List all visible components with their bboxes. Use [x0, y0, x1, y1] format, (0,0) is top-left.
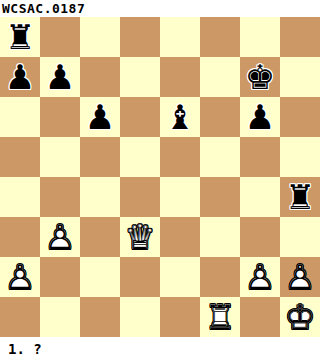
- square-g2[interactable]: ♟♙: [240, 257, 280, 297]
- square-b4[interactable]: [40, 177, 80, 217]
- chess-board: ♜♟♟♚♟♝♟♜♟♙♛♕♟♙♟♙♟♙♜♖♚♔: [0, 17, 320, 337]
- black-pawn: ♟: [40, 57, 80, 97]
- square-d6[interactable]: [120, 97, 160, 137]
- square-e1[interactable]: [160, 297, 200, 337]
- black-king: ♚: [240, 57, 280, 97]
- square-c8[interactable]: [80, 17, 120, 57]
- square-b6[interactable]: [40, 97, 80, 137]
- square-e6[interactable]: ♝: [160, 97, 200, 137]
- square-d7[interactable]: [120, 57, 160, 97]
- square-f7[interactable]: [200, 57, 240, 97]
- square-a4[interactable]: [0, 177, 40, 217]
- square-h7[interactable]: [280, 57, 320, 97]
- white-pawn: ♙: [280, 257, 320, 297]
- square-b8[interactable]: [40, 17, 80, 57]
- square-f6[interactable]: [200, 97, 240, 137]
- square-f5[interactable]: [200, 137, 240, 177]
- white-queen: ♕: [120, 217, 160, 257]
- square-c6[interactable]: ♟: [80, 97, 120, 137]
- square-f8[interactable]: [200, 17, 240, 57]
- black-pawn: ♟: [0, 57, 40, 97]
- square-d4[interactable]: [120, 177, 160, 217]
- square-a2[interactable]: ♟♙: [0, 257, 40, 297]
- square-h3[interactable]: [280, 217, 320, 257]
- square-f1[interactable]: ♜♖: [200, 297, 240, 337]
- square-c2[interactable]: [80, 257, 120, 297]
- square-a1[interactable]: [0, 297, 40, 337]
- white-rook: ♖: [200, 297, 240, 337]
- square-d8[interactable]: [120, 17, 160, 57]
- black-bishop: ♝: [160, 97, 200, 137]
- square-a8[interactable]: ♜: [0, 17, 40, 57]
- square-e3[interactable]: [160, 217, 200, 257]
- square-e2[interactable]: [160, 257, 200, 297]
- square-d5[interactable]: [120, 137, 160, 177]
- square-a5[interactable]: [0, 137, 40, 177]
- square-e4[interactable]: [160, 177, 200, 217]
- square-g1[interactable]: [240, 297, 280, 337]
- square-b5[interactable]: [40, 137, 80, 177]
- move-prompt: 1. ?: [0, 337, 320, 360]
- black-rook: ♜: [280, 177, 320, 217]
- square-a7[interactable]: ♟: [0, 57, 40, 97]
- square-d3[interactable]: ♛♕: [120, 217, 160, 257]
- square-g6[interactable]: ♟: [240, 97, 280, 137]
- square-h4[interactable]: ♜: [280, 177, 320, 217]
- square-d1[interactable]: [120, 297, 160, 337]
- square-g8[interactable]: [240, 17, 280, 57]
- black-rook: ♜: [0, 17, 40, 57]
- white-pawn: ♙: [240, 257, 280, 297]
- square-g5[interactable]: [240, 137, 280, 177]
- diagram-title: WCSAC.0187: [0, 0, 320, 17]
- square-e7[interactable]: [160, 57, 200, 97]
- square-h6[interactable]: [280, 97, 320, 137]
- chess-diagram-window: WCSAC.0187 ♜♟♟♚♟♝♟♜♟♙♛♕♟♙♟♙♟♙♜♖♚♔ 1. ?: [0, 0, 320, 360]
- square-c4[interactable]: [80, 177, 120, 217]
- square-h5[interactable]: [280, 137, 320, 177]
- square-b3[interactable]: ♟♙: [40, 217, 80, 257]
- square-h8[interactable]: [280, 17, 320, 57]
- square-c1[interactable]: [80, 297, 120, 337]
- square-h1[interactable]: ♚♔: [280, 297, 320, 337]
- square-a6[interactable]: [0, 97, 40, 137]
- square-b7[interactable]: ♟: [40, 57, 80, 97]
- square-f4[interactable]: [200, 177, 240, 217]
- square-g7[interactable]: ♚: [240, 57, 280, 97]
- square-f3[interactable]: [200, 217, 240, 257]
- square-c5[interactable]: [80, 137, 120, 177]
- square-g3[interactable]: [240, 217, 280, 257]
- square-b1[interactable]: [40, 297, 80, 337]
- square-a3[interactable]: [0, 217, 40, 257]
- square-b2[interactable]: [40, 257, 80, 297]
- black-pawn: ♟: [80, 97, 120, 137]
- square-e5[interactable]: [160, 137, 200, 177]
- white-pawn: ♙: [0, 257, 40, 297]
- square-e8[interactable]: [160, 17, 200, 57]
- square-f2[interactable]: [200, 257, 240, 297]
- square-c3[interactable]: [80, 217, 120, 257]
- square-d2[interactable]: [120, 257, 160, 297]
- square-g4[interactable]: [240, 177, 280, 217]
- black-pawn: ♟: [240, 97, 280, 137]
- white-king: ♔: [280, 297, 320, 337]
- square-c7[interactable]: [80, 57, 120, 97]
- square-h2[interactable]: ♟♙: [280, 257, 320, 297]
- white-pawn: ♙: [40, 217, 80, 257]
